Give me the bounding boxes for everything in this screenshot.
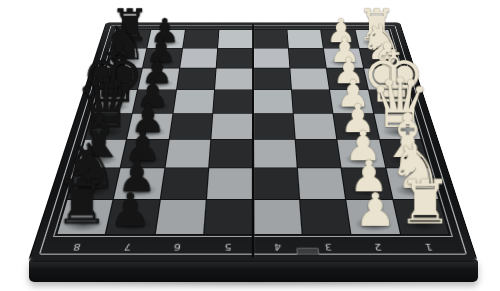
square-b5[interactable] <box>207 168 252 199</box>
chess-board: 87654321 ♜♟♟♜♞♟♟♞♝♟♟♝♚♟♟♚♛♟♟♛♝♟♟♝♞♟♟♞♜♟♟… <box>29 23 476 261</box>
bottom-coordinate-label: 5 <box>224 241 231 251</box>
bottom-coordinate-label: 8 <box>73 241 83 251</box>
square-a7[interactable]: ♟ <box>106 200 159 234</box>
square-b4[interactable] <box>254 168 299 199</box>
square-a4[interactable] <box>254 200 302 234</box>
bottom-coordinate-label: 4 <box>274 241 281 251</box>
bottom-coordinate-label: 6 <box>174 241 182 251</box>
bottom-coordinate-label: 1 <box>424 241 434 251</box>
product-photo-background: 87654321 ♜♟♟♜♞♟♟♞♝♟♟♝♚♟♟♚♛♟♟♛♝♟♟♝♞♟♟♞♜♟♟… <box>0 0 500 291</box>
board-case-side <box>29 260 478 282</box>
bottom-coordinate-label: 2 <box>374 241 383 251</box>
square-c4[interactable] <box>254 140 297 168</box>
square-d4[interactable] <box>253 114 294 139</box>
bottom-coordinate-label: 7 <box>123 241 132 251</box>
square-c5[interactable] <box>209 140 252 168</box>
white-rook[interactable]: ♜ <box>362 173 487 234</box>
black-pawn[interactable]: ♟ <box>68 187 193 233</box>
square-a1[interactable]: ♜ <box>393 200 448 234</box>
square-d5[interactable] <box>212 114 253 139</box>
clasp-latch <box>297 248 320 255</box>
bottom-coordinate-label: 3 <box>324 241 332 251</box>
square-a5[interactable] <box>205 200 253 234</box>
